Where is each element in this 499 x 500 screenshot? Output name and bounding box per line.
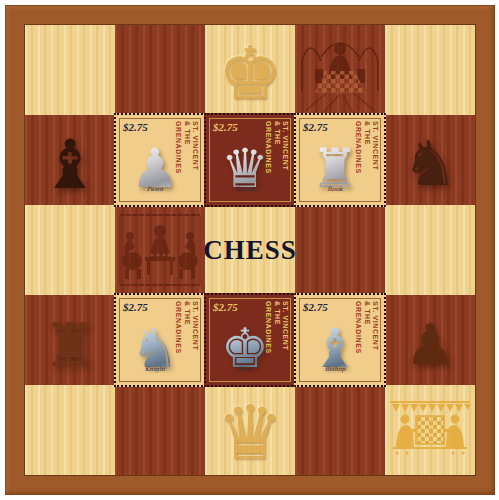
chess-board: ♚ bbox=[25, 25, 475, 475]
stamp-piece-name: Pawn bbox=[112, 185, 198, 192]
square-r4c2: $2.75 ST. VINCENT & THE GRENADINES ♞ Kni… bbox=[115, 295, 205, 385]
stamp-piece-name: Bishop bbox=[292, 365, 378, 372]
sheet-title: CHESS bbox=[205, 205, 295, 295]
square-r2c3: $2.75 ST. VINCENT & THE GRENADINES ♛ Que… bbox=[205, 115, 295, 205]
square-r5c1 bbox=[25, 385, 115, 475]
dark-rook-silhouette-icon: ♜ bbox=[25, 315, 115, 375]
stamp-denomination: $2.75 bbox=[213, 121, 238, 133]
stamp-queen: $2.75 ST. VINCENT & THE GRENADINES ♛ Que… bbox=[204, 113, 296, 207]
stamp-denomination: $2.75 bbox=[123, 121, 148, 133]
square-r5c5 bbox=[385, 385, 475, 475]
stamp-denomination: $2.75 bbox=[213, 301, 238, 313]
stamp-pawn: $2.75 ST. VINCENT & THE GRENADINES ♟ Paw… bbox=[114, 113, 206, 207]
square-r4c4: $2.75 ST. VINCENT & THE GRENADINES ♝ Bis… bbox=[295, 295, 385, 385]
square-r3c1 bbox=[25, 205, 115, 295]
stamp-rook: $2.75 ST. VINCENT & THE GRENADINES ♜ Roo… bbox=[294, 113, 386, 207]
engraving-gold-players-icon bbox=[385, 385, 475, 475]
square-r1c5 bbox=[385, 25, 475, 115]
square-r1c1 bbox=[25, 25, 115, 115]
stamp-denomination: $2.75 bbox=[123, 301, 148, 313]
square-r3c3: CHESS bbox=[205, 205, 295, 295]
gold-king-watermark-icon: ♚ bbox=[205, 37, 295, 109]
square-r2c1: ♝ bbox=[25, 115, 115, 205]
square-r2c2: $2.75 ST. VINCENT & THE GRENADINES ♟ Paw… bbox=[115, 115, 205, 205]
square-r3c2 bbox=[115, 205, 205, 295]
gold-queen-watermark-icon: ♛ bbox=[205, 395, 295, 469]
stamp-denomination: $2.75 bbox=[303, 121, 328, 133]
square-r5c4 bbox=[295, 385, 385, 475]
stamp-piece-name: Knight bbox=[112, 365, 198, 372]
square-r4c3: $2.75 ST. VINCENT & THE GRENADINES ♚ Kin… bbox=[205, 295, 295, 385]
square-r3c4 bbox=[295, 205, 385, 295]
square-r2c5: ♞ bbox=[385, 115, 475, 205]
square-r1c2 bbox=[115, 25, 205, 115]
dark-pawn-silhouette-icon: ♟ bbox=[385, 317, 475, 373]
square-r1c3: ♚ bbox=[205, 25, 295, 115]
square-r5c3: ♛ bbox=[205, 385, 295, 475]
stamp-bishop: $2.75 ST. VINCENT & THE GRENADINES ♝ Bis… bbox=[294, 293, 386, 387]
dark-bishop-silhouette-icon: ♝ bbox=[25, 131, 115, 199]
stamp-denomination: $2.75 bbox=[303, 301, 328, 313]
square-r2c4: $2.75 ST. VINCENT & THE GRENADINES ♜ Roo… bbox=[295, 115, 385, 205]
square-r5c2 bbox=[115, 385, 205, 475]
stamp-knight: $2.75 ST. VINCENT & THE GRENADINES ♞ Kni… bbox=[114, 293, 206, 387]
stamp-king: $2.75 ST. VINCENT & THE GRENADINES ♚ Kin… bbox=[204, 293, 296, 387]
square-r1c4 bbox=[295, 25, 385, 115]
stamp-piece-name: Rook bbox=[292, 185, 378, 192]
square-r3c5 bbox=[385, 205, 475, 295]
stamp-piece-name: Queen bbox=[202, 185, 288, 192]
engraving-seated-player-icon bbox=[295, 25, 385, 115]
square-r4c5: ♟ bbox=[385, 295, 475, 385]
square-r4c1: ♜ bbox=[25, 295, 115, 385]
board-frame: ♚ bbox=[5, 5, 495, 495]
dark-knight-silhouette-icon: ♞ bbox=[385, 133, 475, 195]
stamp-piece-name: King bbox=[202, 365, 288, 372]
stamp-sheet: ♚ bbox=[0, 0, 499, 500]
engraving-medieval-scene-icon bbox=[115, 205, 205, 295]
